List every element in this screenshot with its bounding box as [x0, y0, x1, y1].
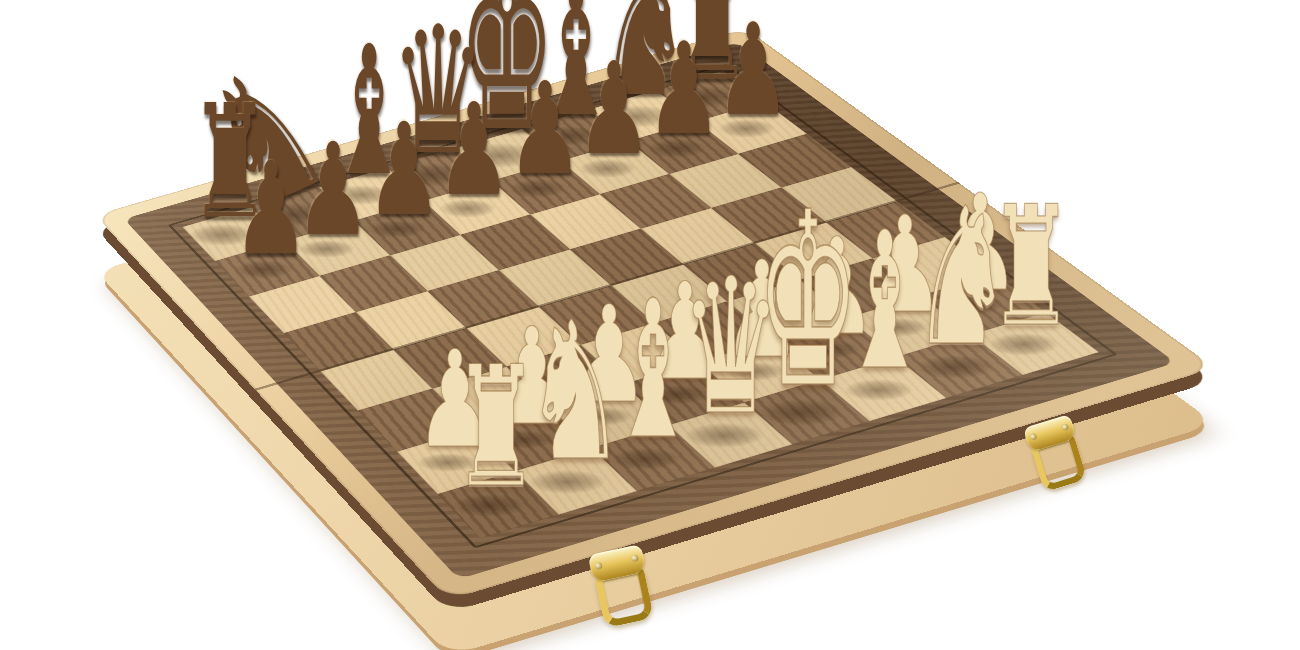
piece-black-pawn-e7[interactable]: ♟ [507, 66, 582, 193]
piece-white-rook-a1[interactable]: ♜ [453, 344, 539, 511]
piece-black-pawn-a7[interactable]: ♟ [233, 146, 309, 274]
piece-black-pawn-d7[interactable]: ♟ [437, 86, 513, 214]
piece-black-pawn-f7[interactable]: ♟ [577, 46, 652, 173]
piece-black-pawn-h7[interactable]: ♟ [715, 6, 790, 133]
piece-black-pawn-c7[interactable]: ♟ [366, 106, 442, 234]
piece-black-pawn-g7[interactable]: ♟ [646, 26, 721, 153]
product-photo-scene: ♜♞♟♝♟♚♟♛♟♝♟♞♟♜♟♟♟♟♜♟♞♟♝♟♚♟♛♟♝♟♞♜ [0, 0, 1300, 650]
